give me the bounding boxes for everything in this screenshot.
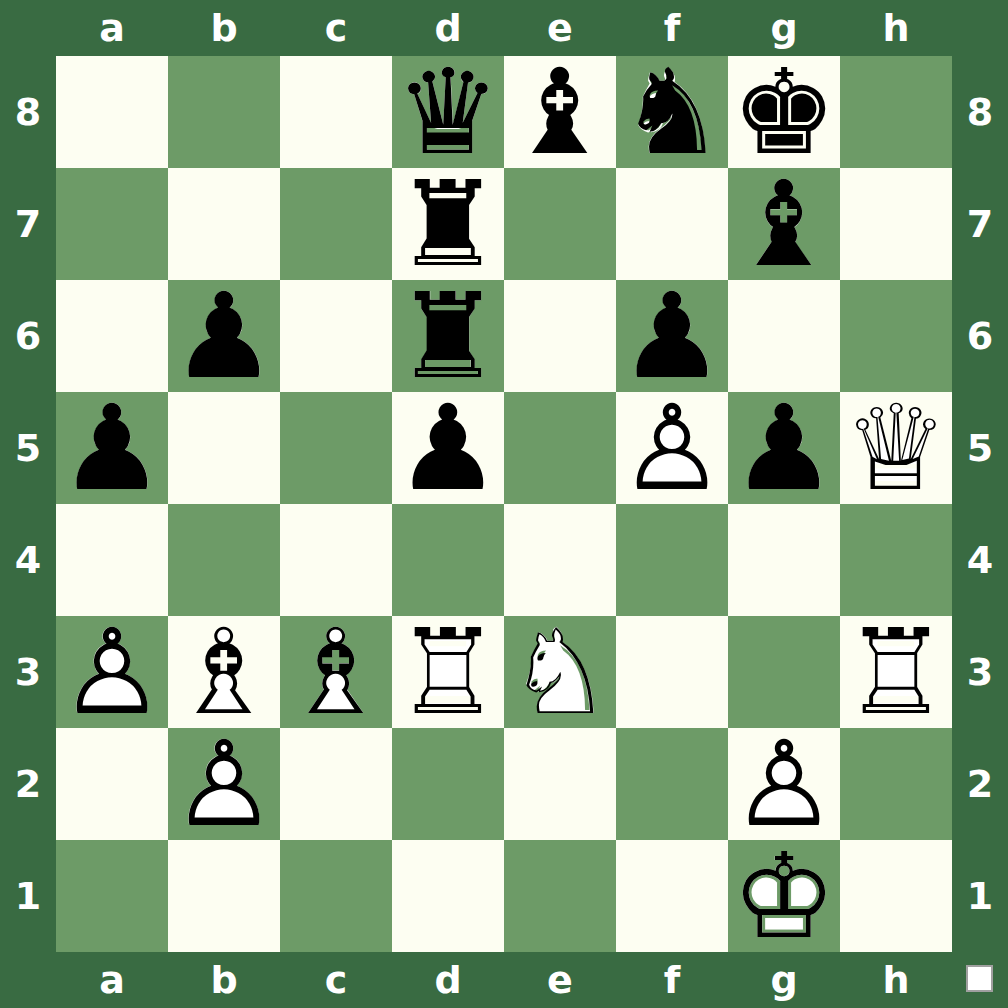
square-b2[interactable]: ♟♙ <box>168 728 280 840</box>
square-b8[interactable] <box>168 56 280 168</box>
white-piece-outline-layer: ♙ <box>168 728 280 840</box>
black-piece-body-layer: ♟ <box>392 392 504 504</box>
piece-white-queen[interactable]: ♛♕ <box>840 392 952 504</box>
piece-white-king[interactable]: ♚♔ <box>728 840 840 952</box>
square-d3[interactable]: ♜♖ <box>392 616 504 728</box>
square-a3[interactable]: ♟♙ <box>56 616 168 728</box>
square-h1[interactable] <box>840 840 952 952</box>
square-a2[interactable] <box>56 728 168 840</box>
piece-black-bishop[interactable]: ♗♝ <box>504 56 616 168</box>
black-piece-body-layer: ♟ <box>56 392 168 504</box>
rank-label-left-5: 5 <box>0 392 56 504</box>
white-piece-outline-layer: ♖ <box>840 616 952 728</box>
black-piece-body-layer: ♜ <box>392 168 504 280</box>
square-d5[interactable]: ♙♟ <box>392 392 504 504</box>
piece-white-pawn[interactable]: ♟♙ <box>168 728 280 840</box>
file-label-bottom-b: b <box>168 952 280 1008</box>
file-label-top-h: h <box>840 0 952 56</box>
rank-labels-left: 87654321 <box>0 56 56 952</box>
square-d6[interactable]: ♖♜ <box>392 280 504 392</box>
square-f5[interactable]: ♟♙ <box>616 392 728 504</box>
black-piece-body-layer: ♝ <box>504 56 616 168</box>
file-label-top-a: a <box>56 0 168 56</box>
white-piece-outline-layer: ♘ <box>504 616 616 728</box>
square-e2[interactable] <box>504 728 616 840</box>
file-label-bottom-a: a <box>56 952 168 1008</box>
square-f4[interactable] <box>616 504 728 616</box>
square-d8[interactable]: ♕♛ <box>392 56 504 168</box>
square-a4[interactable] <box>56 504 168 616</box>
rank-label-left-4: 4 <box>0 504 56 616</box>
square-g4[interactable] <box>728 504 840 616</box>
black-piece-body-layer: ♛ <box>392 56 504 168</box>
square-g7[interactable]: ♗♝ <box>728 168 840 280</box>
piece-white-rook[interactable]: ♜♖ <box>840 616 952 728</box>
square-g2[interactable]: ♟♙ <box>728 728 840 840</box>
chess-board: ♕♛♗♝♘♞♔♚♖♜♗♝♙♟♖♜♙♟♙♟♙♟♟♙♙♟♛♕♟♙♝♗♝♗♜♖♞♘♜♖… <box>56 56 952 952</box>
piece-white-bishop[interactable]: ♝♗ <box>280 616 392 728</box>
square-a1[interactable] <box>56 840 168 952</box>
square-h8[interactable] <box>840 56 952 168</box>
black-piece-body-layer: ♜ <box>392 280 504 392</box>
rank-label-right-5: 5 <box>952 392 1008 504</box>
white-piece-outline-layer: ♗ <box>280 616 392 728</box>
square-d4[interactable] <box>392 504 504 616</box>
square-a6[interactable] <box>56 280 168 392</box>
rank-labels-right: 87654321 <box>952 56 1008 952</box>
piece-white-pawn[interactable]: ♟♙ <box>56 616 168 728</box>
white-piece-outline-layer: ♖ <box>392 616 504 728</box>
piece-black-pawn[interactable]: ♙♟ <box>168 280 280 392</box>
rank-label-left-6: 6 <box>0 280 56 392</box>
rank-label-left-2: 2 <box>0 728 56 840</box>
square-e8[interactable]: ♗♝ <box>504 56 616 168</box>
white-piece-outline-layer: ♙ <box>616 392 728 504</box>
square-b4[interactable] <box>168 504 280 616</box>
rank-label-left-1: 1 <box>0 840 56 952</box>
piece-black-pawn[interactable]: ♙♟ <box>616 280 728 392</box>
piece-white-pawn[interactable]: ♟♙ <box>616 392 728 504</box>
square-a7[interactable] <box>56 168 168 280</box>
piece-black-queen[interactable]: ♕♛ <box>392 56 504 168</box>
piece-black-pawn[interactable]: ♙♟ <box>392 392 504 504</box>
file-label-top-b: b <box>168 0 280 56</box>
square-c5[interactable] <box>280 392 392 504</box>
square-a5[interactable]: ♙♟ <box>56 392 168 504</box>
square-b3[interactable]: ♝♗ <box>168 616 280 728</box>
file-label-bottom-d: d <box>392 952 504 1008</box>
square-e1[interactable] <box>504 840 616 952</box>
square-f7[interactable] <box>616 168 728 280</box>
white-piece-outline-layer: ♙ <box>56 616 168 728</box>
square-f3[interactable] <box>616 616 728 728</box>
white-piece-outline-layer: ♔ <box>728 840 840 952</box>
file-label-bottom-c: c <box>280 952 392 1008</box>
square-e3[interactable]: ♞♘ <box>504 616 616 728</box>
piece-white-pawn[interactable]: ♟♙ <box>728 728 840 840</box>
rank-label-left-3: 3 <box>0 616 56 728</box>
square-f8[interactable]: ♘♞ <box>616 56 728 168</box>
black-piece-body-layer: ♟ <box>728 392 840 504</box>
black-piece-body-layer: ♟ <box>616 280 728 392</box>
black-piece-body-layer: ♟ <box>168 280 280 392</box>
file-label-bottom-e: e <box>504 952 616 1008</box>
square-g1[interactable]: ♚♔ <box>728 840 840 952</box>
square-c8[interactable] <box>280 56 392 168</box>
rank-label-right-6: 6 <box>952 280 1008 392</box>
piece-black-pawn[interactable]: ♙♟ <box>728 392 840 504</box>
square-c2[interactable] <box>280 728 392 840</box>
square-b1[interactable] <box>168 840 280 952</box>
corner-marker <box>966 965 993 992</box>
square-c1[interactable] <box>280 840 392 952</box>
square-b7[interactable] <box>168 168 280 280</box>
square-d1[interactable] <box>392 840 504 952</box>
square-c7[interactable] <box>280 168 392 280</box>
black-piece-body-layer: ♚ <box>728 56 840 168</box>
rank-label-right-3: 3 <box>952 616 1008 728</box>
white-piece-outline-layer: ♙ <box>728 728 840 840</box>
rank-label-right-8: 8 <box>952 56 1008 168</box>
piece-black-rook[interactable]: ♖♜ <box>392 280 504 392</box>
rank-label-left-7: 7 <box>0 168 56 280</box>
square-c6[interactable] <box>280 280 392 392</box>
square-h5[interactable]: ♛♕ <box>840 392 952 504</box>
chessboard-frame: abcdefgh 87654321 87654321 abcdefgh ♕♛♗♝… <box>0 0 1008 1008</box>
square-c4[interactable] <box>280 504 392 616</box>
file-label-bottom-h: h <box>840 952 952 1008</box>
white-piece-outline-layer: ♗ <box>168 616 280 728</box>
square-d2[interactable] <box>392 728 504 840</box>
square-h3[interactable]: ♜♖ <box>840 616 952 728</box>
square-c3[interactable]: ♝♗ <box>280 616 392 728</box>
square-f2[interactable] <box>616 728 728 840</box>
rank-label-left-8: 8 <box>0 56 56 168</box>
square-d7[interactable]: ♖♜ <box>392 168 504 280</box>
square-e6[interactable] <box>504 280 616 392</box>
square-f6[interactable]: ♙♟ <box>616 280 728 392</box>
square-h2[interactable] <box>840 728 952 840</box>
square-e7[interactable] <box>504 168 616 280</box>
rank-label-right-1: 1 <box>952 840 1008 952</box>
rank-label-right-2: 2 <box>952 728 1008 840</box>
piece-black-bishop[interactable]: ♗♝ <box>728 168 840 280</box>
square-g6[interactable] <box>728 280 840 392</box>
square-h6[interactable] <box>840 280 952 392</box>
square-h4[interactable] <box>840 504 952 616</box>
piece-black-king[interactable]: ♔♚ <box>728 56 840 168</box>
file-label-top-c: c <box>280 0 392 56</box>
black-piece-body-layer: ♞ <box>616 56 728 168</box>
square-f1[interactable] <box>616 840 728 952</box>
black-piece-body-layer: ♝ <box>728 168 840 280</box>
piece-white-rook[interactable]: ♜♖ <box>392 616 504 728</box>
piece-black-rook[interactable]: ♖♜ <box>392 168 504 280</box>
square-e4[interactable] <box>504 504 616 616</box>
square-e5[interactable] <box>504 392 616 504</box>
square-b5[interactable] <box>168 392 280 504</box>
file-label-bottom-f: f <box>616 952 728 1008</box>
square-a8[interactable] <box>56 56 168 168</box>
piece-white-bishop[interactable]: ♝♗ <box>168 616 280 728</box>
piece-white-knight[interactable]: ♞♘ <box>504 616 616 728</box>
rank-label-right-7: 7 <box>952 168 1008 280</box>
rank-label-right-4: 4 <box>952 504 1008 616</box>
piece-black-knight[interactable]: ♘♞ <box>616 56 728 168</box>
square-g3[interactable] <box>728 616 840 728</box>
piece-black-pawn[interactable]: ♙♟ <box>56 392 168 504</box>
square-g8[interactable]: ♔♚ <box>728 56 840 168</box>
square-h7[interactable] <box>840 168 952 280</box>
square-g5[interactable]: ♙♟ <box>728 392 840 504</box>
white-piece-outline-layer: ♕ <box>840 392 952 504</box>
square-b6[interactable]: ♙♟ <box>168 280 280 392</box>
